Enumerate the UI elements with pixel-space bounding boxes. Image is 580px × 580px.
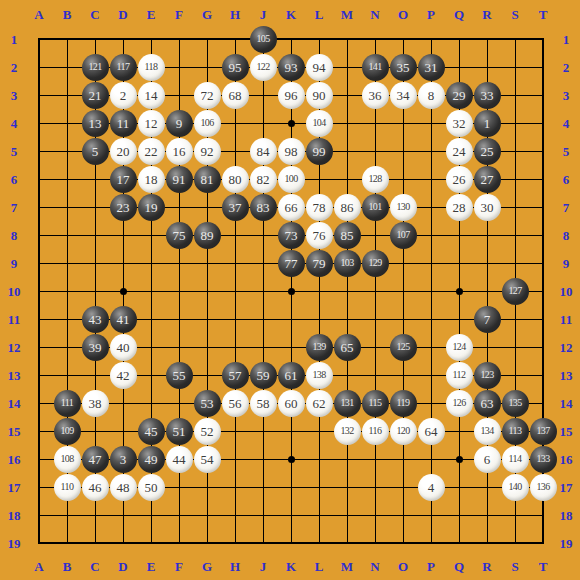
row-label-left: 19 — [8, 537, 21, 550]
col-label-bottom: T — [539, 560, 548, 573]
stone-T17[interactable]: 136 — [530, 474, 557, 501]
stone-R7[interactable]: 30 — [474, 194, 501, 221]
stone-O7[interactable]: 130 — [390, 194, 417, 221]
stone-P17[interactable]: 4 — [418, 474, 445, 501]
stone-J7[interactable]: 83 — [250, 194, 277, 221]
stone-C2[interactable]: 121 — [82, 54, 109, 81]
stone-N2[interactable]: 141 — [362, 54, 389, 81]
stone-G5[interactable]: 92 — [194, 138, 221, 165]
row-label-left: 11 — [8, 313, 20, 326]
stone-H13[interactable]: 57 — [222, 362, 249, 389]
row-label-right: 5 — [563, 145, 570, 158]
stone-D5[interactable]: 20 — [110, 138, 137, 165]
stone-G16[interactable]: 54 — [194, 446, 221, 473]
stone-B15[interactable]: 109 — [54, 418, 81, 445]
col-label-top: L — [315, 8, 324, 21]
row-label-right: 2 — [563, 61, 570, 74]
stone-O8[interactable]: 107 — [390, 222, 417, 249]
hoshi-point — [120, 288, 127, 295]
stone-E6[interactable]: 18 — [138, 166, 165, 193]
stone-K3[interactable]: 96 — [278, 82, 305, 109]
col-label-bottom: F — [175, 560, 183, 573]
row-label-left: 17 — [8, 481, 21, 494]
stone-N6[interactable]: 128 — [362, 166, 389, 193]
stone-Q14[interactable]: 126 — [446, 390, 473, 417]
stone-C4[interactable]: 13 — [82, 110, 109, 137]
grid-vline — [347, 38, 348, 544]
row-label-right: 12 — [560, 341, 573, 354]
stone-C17[interactable]: 46 — [82, 474, 109, 501]
grid-vline — [403, 38, 404, 544]
stone-H2[interactable]: 95 — [222, 54, 249, 81]
stone-K8[interactable]: 73 — [278, 222, 305, 249]
stone-D3[interactable]: 2 — [110, 82, 137, 109]
col-label-top: O — [398, 8, 408, 21]
stone-K13[interactable]: 61 — [278, 362, 305, 389]
col-label-bottom: N — [370, 560, 379, 573]
col-label-bottom: A — [34, 560, 43, 573]
row-label-left: 7 — [11, 201, 18, 214]
stone-J14[interactable]: 58 — [250, 390, 277, 417]
grid-vline — [375, 38, 376, 544]
stone-D12[interactable]: 40 — [110, 334, 137, 361]
stone-N15[interactable]: 116 — [362, 418, 389, 445]
stone-R4[interactable]: 1 — [474, 110, 501, 137]
stone-C11[interactable]: 43 — [82, 306, 109, 333]
stone-S17[interactable]: 140 — [502, 474, 529, 501]
stone-F15[interactable]: 51 — [166, 418, 193, 445]
stone-M8[interactable]: 85 — [334, 222, 361, 249]
col-label-bottom: M — [341, 560, 353, 573]
row-label-left: 14 — [8, 397, 21, 410]
stone-L13[interactable]: 138 — [306, 362, 333, 389]
hoshi-point — [288, 288, 295, 295]
row-label-left: 2 — [11, 61, 18, 74]
stone-H14[interactable]: 56 — [222, 390, 249, 417]
stone-Q4[interactable]: 32 — [446, 110, 473, 137]
stone-Q13[interactable]: 112 — [446, 362, 473, 389]
col-label-top: K — [286, 8, 296, 21]
stone-J6[interactable]: 82 — [250, 166, 277, 193]
stone-G6[interactable]: 81 — [194, 166, 221, 193]
row-label-right: 19 — [560, 537, 573, 550]
col-label-bottom: G — [202, 560, 212, 573]
stone-E5[interactable]: 22 — [138, 138, 165, 165]
col-label-bottom: L — [315, 560, 324, 573]
stone-O14[interactable]: 119 — [390, 390, 417, 417]
stone-L4[interactable]: 104 — [306, 110, 333, 137]
stone-M7[interactable]: 86 — [334, 194, 361, 221]
row-label-left: 12 — [8, 341, 21, 354]
go-board-diagram[interactable]: AABBCCDDEEFFGGHHJJKKLLMMNNOOPPQQRRSSTT11… — [0, 0, 580, 580]
stone-G8[interactable]: 89 — [194, 222, 221, 249]
row-label-right: 4 — [563, 117, 570, 130]
hoshi-point — [456, 288, 463, 295]
row-label-right: 3 — [563, 89, 570, 102]
col-label-bottom: P — [427, 560, 435, 573]
col-label-bottom: R — [482, 560, 491, 573]
stone-F4[interactable]: 9 — [166, 110, 193, 137]
stone-J2[interactable]: 122 — [250, 54, 277, 81]
hoshi-point — [456, 456, 463, 463]
stone-N9[interactable]: 129 — [362, 250, 389, 277]
stone-E4[interactable]: 12 — [138, 110, 165, 137]
row-label-right: 18 — [560, 509, 573, 522]
stone-N3[interactable]: 36 — [362, 82, 389, 109]
row-label-right: 9 — [563, 257, 570, 270]
stone-E2[interactable]: 118 — [138, 54, 165, 81]
row-label-right: 14 — [560, 397, 573, 410]
col-label-bottom: B — [63, 560, 72, 573]
stone-T15[interactable]: 137 — [530, 418, 557, 445]
stone-D17[interactable]: 48 — [110, 474, 137, 501]
stone-S16[interactable]: 114 — [502, 446, 529, 473]
stone-E16[interactable]: 49 — [138, 446, 165, 473]
stone-G14[interactable]: 53 — [194, 390, 221, 417]
stone-K2[interactable]: 93 — [278, 54, 305, 81]
stone-C12[interactable]: 39 — [82, 334, 109, 361]
stone-R13[interactable]: 123 — [474, 362, 501, 389]
stone-F16[interactable]: 44 — [166, 446, 193, 473]
stone-F6[interactable]: 91 — [166, 166, 193, 193]
stone-J1[interactable]: 105 — [250, 26, 277, 53]
col-label-top: M — [341, 8, 353, 21]
col-label-top: P — [427, 8, 435, 21]
stone-E15[interactable]: 45 — [138, 418, 165, 445]
stone-M14[interactable]: 131 — [334, 390, 361, 417]
stone-C16[interactable]: 47 — [82, 446, 109, 473]
stone-N7[interactable]: 101 — [362, 194, 389, 221]
stone-K9[interactable]: 77 — [278, 250, 305, 277]
col-label-top: J — [260, 8, 267, 21]
col-label-top: F — [175, 8, 183, 21]
stone-R5[interactable]: 25 — [474, 138, 501, 165]
stone-J13[interactable]: 59 — [250, 362, 277, 389]
grid-hline — [38, 431, 544, 432]
col-label-bottom: K — [286, 560, 296, 573]
col-label-top: D — [118, 8, 127, 21]
row-label-right: 13 — [560, 369, 573, 382]
row-label-left: 8 — [11, 229, 18, 242]
stone-C5[interactable]: 5 — [82, 138, 109, 165]
stone-L3[interactable]: 90 — [306, 82, 333, 109]
stone-D6[interactable]: 17 — [110, 166, 137, 193]
stone-O12[interactable]: 125 — [390, 334, 417, 361]
row-label-right: 10 — [560, 285, 573, 298]
stone-K6[interactable]: 100 — [278, 166, 305, 193]
row-label-right: 7 — [563, 201, 570, 214]
col-label-bottom: H — [230, 560, 240, 573]
stone-Q5[interactable]: 24 — [446, 138, 473, 165]
stone-B17[interactable]: 110 — [54, 474, 81, 501]
row-label-right: 8 — [563, 229, 570, 242]
stone-K5[interactable]: 98 — [278, 138, 305, 165]
col-label-top: A — [34, 8, 43, 21]
stone-E7[interactable]: 19 — [138, 194, 165, 221]
row-label-right: 11 — [560, 313, 572, 326]
row-label-right: 17 — [560, 481, 573, 494]
stone-S14[interactable]: 135 — [502, 390, 529, 417]
stone-N14[interactable]: 115 — [362, 390, 389, 417]
row-label-left: 9 — [11, 257, 18, 270]
stone-Q3[interactable]: 29 — [446, 82, 473, 109]
stone-L8[interactable]: 76 — [306, 222, 333, 249]
col-label-top: E — [147, 8, 156, 21]
col-label-top: Q — [454, 8, 464, 21]
col-label-bottom: S — [511, 560, 518, 573]
stone-P3[interactable]: 8 — [418, 82, 445, 109]
stone-S15[interactable]: 113 — [502, 418, 529, 445]
stone-F13[interactable]: 55 — [166, 362, 193, 389]
col-label-top: T — [539, 8, 548, 21]
grid-vline — [431, 38, 432, 544]
stone-D2[interactable]: 117 — [110, 54, 137, 81]
stone-D16[interactable]: 3 — [110, 446, 137, 473]
stone-G3[interactable]: 72 — [194, 82, 221, 109]
stone-R14[interactable]: 63 — [474, 390, 501, 417]
stone-G4[interactable]: 106 — [194, 110, 221, 137]
stone-K7[interactable]: 66 — [278, 194, 305, 221]
stone-D4[interactable]: 11 — [110, 110, 137, 137]
stone-B14[interactable]: 111 — [54, 390, 81, 417]
stone-C14[interactable]: 38 — [82, 390, 109, 417]
stone-L9[interactable]: 79 — [306, 250, 333, 277]
stone-P15[interactable]: 64 — [418, 418, 445, 445]
col-label-top: G — [202, 8, 212, 21]
stone-Q12[interactable]: 124 — [446, 334, 473, 361]
col-label-bottom: O — [398, 560, 408, 573]
stone-L5[interactable]: 99 — [306, 138, 333, 165]
stone-S10[interactable]: 127 — [502, 278, 529, 305]
stone-D7[interactable]: 23 — [110, 194, 137, 221]
col-label-top: S — [511, 8, 518, 21]
hoshi-point — [288, 456, 295, 463]
stone-H3[interactable]: 68 — [222, 82, 249, 109]
stone-R16[interactable]: 6 — [474, 446, 501, 473]
stone-O3[interactable]: 34 — [390, 82, 417, 109]
stone-H7[interactable]: 37 — [222, 194, 249, 221]
stone-L2[interactable]: 94 — [306, 54, 333, 81]
row-label-left: 16 — [8, 453, 21, 466]
stone-K14[interactable]: 60 — [278, 390, 305, 417]
col-label-top: C — [90, 8, 99, 21]
row-label-left: 3 — [11, 89, 18, 102]
stone-L12[interactable]: 139 — [306, 334, 333, 361]
stone-O15[interactable]: 120 — [390, 418, 417, 445]
grid-hline — [38, 515, 544, 516]
stone-E3[interactable]: 14 — [138, 82, 165, 109]
row-label-left: 4 — [11, 117, 18, 130]
row-label-left: 18 — [8, 509, 21, 522]
col-label-top: N — [370, 8, 379, 21]
stone-M15[interactable]: 132 — [334, 418, 361, 445]
col-label-bottom: C — [90, 560, 99, 573]
stone-R11[interactable]: 7 — [474, 306, 501, 333]
row-label-right: 15 — [560, 425, 573, 438]
col-label-bottom: D — [118, 560, 127, 573]
stone-Q7[interactable]: 28 — [446, 194, 473, 221]
row-label-left: 6 — [11, 173, 18, 186]
row-label-left: 15 — [8, 425, 21, 438]
row-label-right: 1 — [563, 33, 570, 46]
stone-T16[interactable]: 133 — [530, 446, 557, 473]
row-label-right: 6 — [563, 173, 570, 186]
stone-J5[interactable]: 84 — [250, 138, 277, 165]
col-label-top: H — [230, 8, 240, 21]
stone-Q6[interactable]: 26 — [446, 166, 473, 193]
stone-R6[interactable]: 27 — [474, 166, 501, 193]
stone-F5[interactable]: 16 — [166, 138, 193, 165]
stone-O2[interactable]: 35 — [390, 54, 417, 81]
col-label-top: R — [482, 8, 491, 21]
row-label-left: 1 — [11, 33, 18, 46]
row-label-left: 5 — [11, 145, 18, 158]
grid-hline — [38, 542, 544, 544]
stone-R15[interactable]: 134 — [474, 418, 501, 445]
row-label-left: 13 — [8, 369, 21, 382]
stone-L14[interactable]: 62 — [306, 390, 333, 417]
stone-G15[interactable]: 52 — [194, 418, 221, 445]
stone-P2[interactable]: 31 — [418, 54, 445, 81]
stone-M9[interactable]: 103 — [334, 250, 361, 277]
col-label-top: B — [63, 8, 72, 21]
stone-M12[interactable]: 65 — [334, 334, 361, 361]
stone-B16[interactable]: 108 — [54, 446, 81, 473]
stone-D13[interactable]: 42 — [110, 362, 137, 389]
hoshi-point — [288, 120, 295, 127]
stone-E17[interactable]: 50 — [138, 474, 165, 501]
stone-L7[interactable]: 78 — [306, 194, 333, 221]
row-label-left: 10 — [8, 285, 21, 298]
col-label-bottom: E — [147, 560, 156, 573]
stone-H6[interactable]: 80 — [222, 166, 249, 193]
stone-F8[interactable]: 75 — [166, 222, 193, 249]
stone-D11[interactable]: 41 — [110, 306, 137, 333]
row-label-right: 16 — [560, 453, 573, 466]
stone-R3[interactable]: 33 — [474, 82, 501, 109]
col-label-bottom: Q — [454, 560, 464, 573]
col-label-bottom: J — [260, 560, 267, 573]
stone-C3[interactable]: 21 — [82, 82, 109, 109]
